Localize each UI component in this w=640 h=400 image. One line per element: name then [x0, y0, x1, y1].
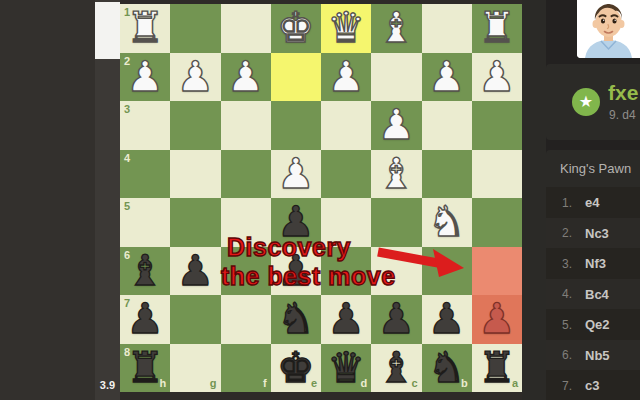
- square-e6[interactable]: ♟: [271, 247, 321, 296]
- rank-label-4: 4: [124, 153, 130, 164]
- move-row-6[interactable]: 6.Nb5: [546, 340, 640, 371]
- move-row-7[interactable]: 7.c3: [546, 370, 640, 400]
- square-d8[interactable]: d♛: [321, 344, 371, 393]
- piece-wP-c3: ♟: [371, 101, 421, 150]
- move-number: 6.: [562, 348, 584, 362]
- square-g2[interactable]: ♟: [170, 53, 220, 102]
- avatar-illustration: [577, 0, 640, 58]
- move-number: 1.: [562, 196, 584, 210]
- square-e3[interactable]: [271, 101, 321, 150]
- file-label-a: a: [512, 378, 518, 389]
- file-label-e: e: [311, 378, 317, 389]
- square-h1[interactable]: 1♜: [120, 4, 170, 53]
- piece-bP-b7: ♟: [422, 295, 472, 344]
- file-label-d: d: [361, 378, 368, 389]
- square-g1[interactable]: [170, 4, 220, 53]
- square-a2[interactable]: ♟: [472, 53, 522, 102]
- square-g4[interactable]: [170, 150, 220, 199]
- move-san[interactable]: Bc4: [585, 287, 609, 302]
- move-number: 2.: [562, 226, 584, 240]
- square-c6[interactable]: [371, 247, 421, 296]
- square-f8[interactable]: f: [221, 344, 271, 393]
- square-h2[interactable]: 2♟: [120, 53, 170, 102]
- square-c5[interactable]: [371, 198, 421, 247]
- file-label-f: f: [263, 378, 267, 389]
- piece-bP-c7: ♟: [371, 295, 421, 344]
- best-move-line: 9. d4: [609, 108, 636, 122]
- square-e8[interactable]: e♚: [271, 344, 321, 393]
- piece-wB-c1: ♝: [371, 4, 421, 53]
- evaluation-bar: 3.9: [95, 0, 120, 400]
- piece-wK-e1: ♚: [271, 4, 321, 53]
- piece-wP-f2: ♟: [221, 53, 271, 102]
- rank-label-7: 7: [124, 298, 130, 309]
- piece-bP-d7: ♟: [321, 295, 371, 344]
- square-a5[interactable]: [472, 198, 522, 247]
- move-number: 4.: [562, 287, 584, 301]
- square-d2[interactable]: ♟: [321, 53, 371, 102]
- piece-wB-c4: ♝: [371, 150, 421, 199]
- analysis-page: 3.9 1♜♚♛♝♜2♟♟♟♟♟♟3♟4♟♝5♟♞6♝♟♟7♟♞♟♟♟♟8h♜g…: [0, 0, 640, 400]
- file-label-b: b: [461, 378, 468, 389]
- square-b6[interactable]: [422, 247, 472, 296]
- square-e4[interactable]: ♟: [271, 150, 321, 199]
- square-a7[interactable]: ♟: [472, 295, 522, 344]
- square-c8[interactable]: c♝: [371, 344, 421, 393]
- move-number: 5.: [562, 318, 584, 332]
- square-d1[interactable]: ♛: [321, 4, 371, 53]
- square-f5[interactable]: [221, 198, 271, 247]
- piece-wP-g2: ♟: [170, 53, 220, 102]
- opening-name: King's Pawn: [560, 161, 631, 176]
- square-e1[interactable]: ♚: [271, 4, 321, 53]
- piece-bP-g6: ♟: [170, 247, 220, 296]
- square-f7[interactable]: [221, 295, 271, 344]
- rank-label-1: 1: [124, 7, 130, 18]
- opening-panel[interactable]: King's Pawn: [546, 150, 640, 187]
- square-g5[interactable]: [170, 198, 220, 247]
- move-number: 7.: [562, 379, 584, 393]
- square-b7[interactable]: ♟: [422, 295, 472, 344]
- piece-bP-e6: ♟: [271, 247, 321, 296]
- square-h8[interactable]: 8h♜: [120, 344, 170, 393]
- star-icon: ★: [572, 88, 600, 116]
- square-h5[interactable]: 5: [120, 198, 170, 247]
- move-san[interactable]: Qe2: [585, 317, 610, 332]
- square-b5[interactable]: ♞: [422, 198, 472, 247]
- square-b8[interactable]: b♞: [422, 344, 472, 393]
- piece-wN-b5: ♞: [422, 198, 472, 247]
- move-row-4[interactable]: 4.Bc4: [546, 279, 640, 310]
- move-row-2[interactable]: 2.Nc3: [546, 218, 640, 249]
- rank-label-3: 3: [124, 104, 130, 115]
- square-g7[interactable]: [170, 295, 220, 344]
- evaluation-bar-white-segment: [95, 2, 120, 59]
- square-c4[interactable]: ♝: [371, 150, 421, 199]
- move-list: 1.e42.Nc33.Nf34.Bc45.Qe26.Nb57.c3: [546, 187, 640, 400]
- piece-wP-d2: ♟: [321, 53, 371, 102]
- rank-label-8: 8: [124, 347, 130, 358]
- square-d3[interactable]: [321, 101, 371, 150]
- square-a6[interactable]: [472, 247, 522, 296]
- square-a3[interactable]: [472, 101, 522, 150]
- square-g3[interactable]: [170, 101, 220, 150]
- square-f6[interactable]: [221, 247, 271, 296]
- square-b1[interactable]: [422, 4, 472, 53]
- square-h7[interactable]: 7♟: [120, 295, 170, 344]
- square-d4[interactable]: [321, 150, 371, 199]
- square-b3[interactable]: [422, 101, 472, 150]
- best-move-label[interactable]: fxe: [608, 81, 638, 105]
- sidebar-gap-strip: [522, 0, 546, 400]
- piece-wR-a1: ♜: [472, 4, 522, 53]
- square-h3[interactable]: 3: [120, 101, 170, 150]
- player-avatar[interactable]: [577, 0, 640, 58]
- file-label-c: c: [411, 378, 417, 389]
- square-g8[interactable]: g: [170, 344, 220, 393]
- chess-board[interactable]: 1♜♚♛♝♜2♟♟♟♟♟♟3♟4♟♝5♟♞6♝♟♟7♟♞♟♟♟♟8h♜gfe♚d…: [120, 4, 522, 392]
- square-e5[interactable]: ♟: [271, 198, 321, 247]
- move-san[interactable]: Nf3: [585, 256, 606, 271]
- square-a4[interactable]: [472, 150, 522, 199]
- square-e2[interactable]: [271, 53, 321, 102]
- square-d6[interactable]: [321, 247, 371, 296]
- piece-bP-e5: ♟: [271, 198, 321, 247]
- left-margin: [0, 0, 95, 400]
- square-c7[interactable]: ♟: [371, 295, 421, 344]
- piece-wP-e4: ♟: [271, 150, 321, 199]
- square-b2[interactable]: ♟: [422, 53, 472, 102]
- square-c1[interactable]: ♝: [371, 4, 421, 53]
- piece-bN-e7: ♞: [271, 295, 321, 344]
- square-d5[interactable]: [321, 198, 371, 247]
- square-h6[interactable]: 6♝: [120, 247, 170, 296]
- rank-label-5: 5: [124, 201, 130, 212]
- square-b4[interactable]: [422, 150, 472, 199]
- move-row-5[interactable]: 5.Qe2: [546, 309, 640, 340]
- square-c2[interactable]: [371, 53, 421, 102]
- square-f4[interactable]: [221, 150, 271, 199]
- rank-label-6: 6: [124, 250, 130, 261]
- sidebar: ★ fxe 9. d4 King's Pawn 1.e42.Nc33.Nf34.…: [522, 0, 640, 400]
- square-f3[interactable]: [221, 101, 271, 150]
- move-san[interactable]: Nc3: [585, 226, 609, 241]
- piece-wP-b2: ♟: [422, 53, 472, 102]
- square-a1[interactable]: ♜: [472, 4, 522, 53]
- square-g6[interactable]: ♟: [170, 247, 220, 296]
- piece-wQ-d1: ♛: [321, 4, 371, 53]
- evaluation-score: 3.9: [95, 379, 120, 391]
- move-san[interactable]: e4: [585, 195, 599, 210]
- square-f1[interactable]: [221, 4, 271, 53]
- piece-wP-a2: ♟: [472, 53, 522, 102]
- square-e7[interactable]: ♞: [271, 295, 321, 344]
- file-label-g: g: [210, 378, 217, 389]
- move-san[interactable]: Nb5: [585, 348, 610, 363]
- square-d7[interactable]: ♟: [321, 295, 371, 344]
- move-number: 3.: [562, 257, 584, 271]
- square-f2[interactable]: ♟: [221, 53, 271, 102]
- move-row-3[interactable]: 3.Nf3: [546, 248, 640, 279]
- rank-label-2: 2: [124, 56, 130, 67]
- square-c3[interactable]: ♟: [371, 101, 421, 150]
- square-h4[interactable]: 4: [120, 150, 170, 199]
- best-move-panel[interactable]: ★ fxe 9. d4: [546, 64, 640, 140]
- piece-rP-a7: ♟: [472, 295, 522, 344]
- square-a8[interactable]: a♜: [472, 344, 522, 393]
- move-row-1[interactable]: 1.e4: [546, 187, 640, 218]
- move-san[interactable]: c3: [585, 378, 599, 393]
- file-label-h: h: [160, 378, 167, 389]
